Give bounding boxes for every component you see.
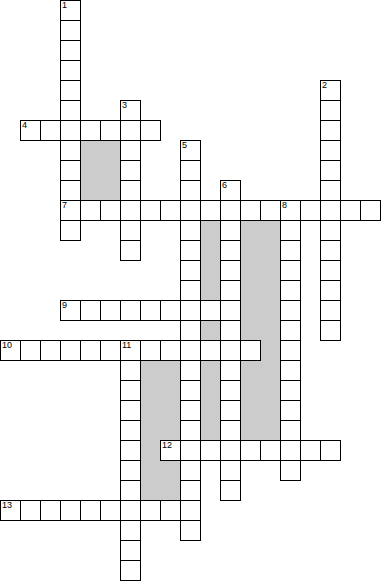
shaded-cell[interactable] [200,220,220,240]
cell[interactable] [160,200,181,221]
shaded-cell[interactable] [240,420,260,440]
cell[interactable] [280,420,301,441]
cell[interactable] [280,260,301,281]
shaded-cell[interactable] [240,300,260,320]
cell[interactable] [180,240,201,261]
cell[interactable] [280,320,301,341]
cell[interactable] [80,340,101,361]
cell[interactable] [60,160,81,181]
cell[interactable] [240,440,261,461]
cell[interactable] [100,120,121,141]
shaded-cell[interactable] [80,160,100,180]
cell[interactable] [200,300,221,321]
cell[interactable] [60,60,81,81]
cell[interactable] [120,340,141,361]
shaded-cell[interactable] [140,400,160,420]
cell[interactable] [360,200,381,221]
cell[interactable] [180,200,201,221]
cell[interactable] [120,120,141,141]
cell[interactable] [320,100,341,121]
shaded-cell[interactable] [160,420,180,440]
cell[interactable] [160,500,181,521]
cell[interactable] [60,300,81,321]
cell[interactable] [260,440,281,461]
cell[interactable] [220,320,241,341]
cell[interactable] [140,340,161,361]
cell[interactable] [160,340,181,361]
shaded-cell[interactable] [160,380,180,400]
cell[interactable] [180,500,201,521]
cell[interactable] [180,300,201,321]
cell[interactable] [20,500,41,521]
cell[interactable] [120,100,141,121]
cell[interactable] [120,140,141,161]
cell[interactable] [60,340,81,361]
cell[interactable] [180,280,201,301]
cell[interactable] [200,440,221,461]
cell[interactable] [220,260,241,281]
shaded-cell[interactable] [140,360,160,380]
cell[interactable] [60,220,81,241]
cell[interactable] [120,560,141,581]
cell[interactable] [100,200,121,221]
cell[interactable] [320,220,341,241]
cell[interactable] [40,340,61,361]
cell[interactable] [320,80,341,101]
shaded-cell[interactable] [200,400,220,420]
cell[interactable] [160,440,181,461]
cell[interactable] [60,200,81,221]
cell[interactable] [180,320,201,341]
cell[interactable] [240,200,261,221]
cell[interactable] [220,240,241,261]
cell[interactable] [200,200,221,221]
shaded-cell[interactable] [200,280,220,300]
cell[interactable] [60,20,81,41]
cell[interactable] [260,200,281,221]
cell[interactable] [180,180,201,201]
cell[interactable] [0,340,21,361]
cell[interactable] [280,400,301,421]
cell[interactable] [340,200,361,221]
cell[interactable] [280,240,301,261]
shaded-cell[interactable] [100,180,120,200]
cell[interactable] [280,280,301,301]
cell[interactable] [60,500,81,521]
shaded-cell[interactable] [160,400,180,420]
shaded-cell[interactable] [140,460,160,480]
cell[interactable] [220,480,241,501]
cell[interactable] [300,200,321,221]
cell[interactable] [220,420,241,441]
cell[interactable] [40,120,61,141]
shaded-cell[interactable] [160,480,180,500]
cell[interactable] [60,180,81,201]
cell[interactable] [180,340,201,361]
cell[interactable] [120,500,141,521]
shaded-cell[interactable] [140,440,160,460]
shaded-cell[interactable] [140,480,160,500]
cell[interactable] [280,300,301,321]
cell[interactable] [120,180,141,201]
cell[interactable] [320,120,341,141]
cell[interactable] [220,200,241,221]
cell[interactable] [280,360,301,381]
shaded-cell[interactable] [260,320,280,340]
shaded-cell[interactable] [80,180,100,200]
cell[interactable] [60,0,81,21]
cell[interactable] [60,40,81,61]
cell[interactable] [120,400,141,421]
cell[interactable] [220,460,241,481]
shaded-cell[interactable] [200,320,220,340]
shaded-cell[interactable] [240,280,260,300]
cell[interactable] [100,300,121,321]
shaded-cell[interactable] [80,140,100,160]
cell[interactable] [320,240,341,261]
shaded-cell[interactable] [260,260,280,280]
cell[interactable] [100,340,121,361]
cell[interactable] [200,340,221,361]
cell[interactable] [280,220,301,241]
cell[interactable] [220,360,241,381]
cell[interactable] [220,220,241,241]
shaded-cell[interactable] [240,240,260,260]
cell[interactable] [120,480,141,501]
cell[interactable] [180,460,201,481]
shaded-cell[interactable] [200,240,220,260]
cell[interactable] [120,220,141,241]
shaded-cell[interactable] [240,360,260,380]
cell[interactable] [280,200,301,221]
cell[interactable] [120,520,141,541]
shaded-cell[interactable] [240,320,260,340]
cell[interactable] [120,540,141,561]
cell[interactable] [320,180,341,201]
shaded-cell[interactable] [240,380,260,400]
shaded-cell[interactable] [200,420,220,440]
shaded-cell[interactable] [160,460,180,480]
cell[interactable] [180,360,201,381]
shaded-cell[interactable] [260,300,280,320]
cell[interactable] [320,320,341,341]
cell[interactable] [180,140,201,161]
cell[interactable] [60,80,81,101]
cell[interactable] [220,400,241,421]
cell[interactable] [0,500,21,521]
cell[interactable] [120,240,141,261]
cell[interactable] [320,200,341,221]
crossword-board: 12345678910111213 [0,0,381,581]
cell[interactable] [280,460,301,481]
shaded-cell[interactable] [200,260,220,280]
cell[interactable] [140,300,161,321]
cell[interactable] [180,440,201,461]
cell[interactable] [220,440,241,461]
shaded-cell[interactable] [100,140,120,160]
cell[interactable] [320,160,341,181]
cell[interactable] [120,420,141,441]
cell[interactable] [280,380,301,401]
cell[interactable] [180,220,201,241]
cell[interactable] [320,260,341,281]
cell[interactable] [280,340,301,361]
cell[interactable] [300,440,321,461]
cell[interactable] [320,300,341,321]
cell[interactable] [60,140,81,161]
cell[interactable] [100,500,121,521]
shaded-cell[interactable] [160,360,180,380]
cell[interactable] [220,380,241,401]
cell[interactable] [120,200,141,221]
cell[interactable] [120,160,141,181]
cell[interactable] [140,500,161,521]
cell[interactable] [120,380,141,401]
shaded-cell[interactable] [200,360,220,380]
cell[interactable] [80,500,101,521]
cell[interactable] [180,400,201,421]
shaded-cell[interactable] [240,220,260,240]
cell[interactable] [20,120,41,141]
cell[interactable] [120,360,141,381]
shaded-cell[interactable] [140,420,160,440]
cell[interactable] [220,280,241,301]
cell[interactable] [80,200,101,221]
cell[interactable] [320,440,341,461]
shaded-cell[interactable] [260,240,280,260]
shaded-cell[interactable] [240,260,260,280]
shaded-cell[interactable] [260,380,280,400]
shaded-cell[interactable] [240,400,260,420]
cell[interactable] [20,340,41,361]
cell[interactable] [160,300,181,321]
shaded-cell[interactable] [100,160,120,180]
cell[interactable] [220,300,241,321]
shaded-cell[interactable] [260,280,280,300]
shaded-cell[interactable] [140,380,160,400]
cell[interactable] [180,420,201,441]
cell[interactable] [240,340,261,361]
shaded-cell[interactable] [200,380,220,400]
cell[interactable] [180,380,201,401]
cell[interactable] [180,260,201,281]
cell[interactable] [180,520,201,541]
cell[interactable] [140,200,161,221]
cell[interactable] [120,300,141,321]
cell[interactable] [80,300,101,321]
shaded-cell[interactable] [260,340,280,360]
cell[interactable] [140,120,161,141]
cell[interactable] [60,100,81,121]
shaded-cell[interactable] [260,420,280,440]
shaded-cell[interactable] [260,400,280,420]
cell[interactable] [320,140,341,161]
cell[interactable] [180,480,201,501]
cell[interactable] [40,500,61,521]
shaded-cell[interactable] [260,220,280,240]
cell[interactable] [220,180,241,201]
cell[interactable] [320,280,341,301]
cell[interactable] [120,440,141,461]
cell[interactable] [120,460,141,481]
shaded-cell[interactable] [260,360,280,380]
cell[interactable] [220,340,241,361]
cell[interactable] [60,120,81,141]
cell[interactable] [180,160,201,181]
cell[interactable] [80,120,101,141]
cell[interactable] [280,440,301,461]
